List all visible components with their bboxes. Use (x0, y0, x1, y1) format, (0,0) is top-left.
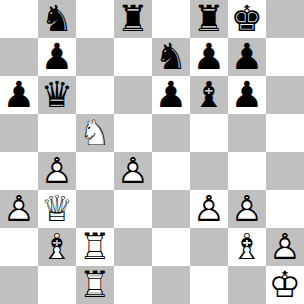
square-f7[interactable]: ♟ (190, 38, 228, 76)
black-knight-piece: ♞ (38, 0, 76, 38)
black-piece-glyph: ♟ (190, 38, 228, 76)
white-pawn-piece: ♟♙ (114, 152, 152, 190)
square-h2[interactable]: ♟♙ (266, 228, 304, 266)
square-b7[interactable]: ♟ (38, 38, 76, 76)
square-a3[interactable]: ♟♙ (0, 190, 38, 228)
square-d8[interactable]: ♜ (114, 0, 152, 38)
square-c5[interactable]: ♞♘ (76, 114, 114, 152)
square-c8[interactable] (76, 0, 114, 38)
black-pawn-piece: ♟ (228, 76, 266, 114)
square-h6[interactable] (266, 76, 304, 114)
black-piece-glyph: ♟ (228, 76, 266, 114)
chess-board: ♞♜♜♚♟♞♟♟♟♛♟♝♟♞♘♟♙♟♙♟♙♛♕♟♙♟♙♝♗♜♖♝♗♟♙♜♖♚♔ (0, 0, 304, 304)
white-piece-outline: ♙ (114, 152, 152, 190)
white-pawn-piece: ♟♙ (266, 228, 304, 266)
black-bishop-piece: ♝ (190, 76, 228, 114)
black-piece-glyph: ♟ (152, 76, 190, 114)
black-king-piece: ♚ (228, 0, 266, 38)
white-bishop-piece: ♝♗ (38, 228, 76, 266)
square-c4[interactable] (76, 152, 114, 190)
square-e2[interactable] (152, 228, 190, 266)
square-a6[interactable]: ♟ (0, 76, 38, 114)
square-e8[interactable] (152, 0, 190, 38)
white-king-piece: ♚♔ (266, 266, 304, 304)
square-a5[interactable] (0, 114, 38, 152)
black-pawn-piece: ♟ (190, 38, 228, 76)
black-knight-piece: ♞ (152, 38, 190, 76)
square-d2[interactable] (114, 228, 152, 266)
square-b6[interactable]: ♛ (38, 76, 76, 114)
white-piece-outline: ♙ (0, 190, 38, 228)
square-d1[interactable] (114, 266, 152, 304)
square-b4[interactable]: ♟♙ (38, 152, 76, 190)
black-pawn-piece: ♟ (152, 76, 190, 114)
square-f8[interactable]: ♜ (190, 0, 228, 38)
square-e7[interactable]: ♞ (152, 38, 190, 76)
black-piece-glyph: ♚ (228, 0, 266, 38)
square-g1[interactable] (228, 266, 266, 304)
square-a8[interactable] (0, 0, 38, 38)
black-rook-piece: ♜ (190, 0, 228, 38)
square-e5[interactable] (152, 114, 190, 152)
square-g8[interactable]: ♚ (228, 0, 266, 38)
square-g7[interactable]: ♟ (228, 38, 266, 76)
square-e4[interactable] (152, 152, 190, 190)
white-pawn-piece: ♟♙ (190, 190, 228, 228)
white-rook-piece: ♜♖ (76, 228, 114, 266)
black-rook-piece: ♜ (114, 0, 152, 38)
square-d6[interactable] (114, 76, 152, 114)
black-piece-glyph: ♝ (190, 76, 228, 114)
white-piece-outline: ♙ (266, 228, 304, 266)
square-c7[interactable] (76, 38, 114, 76)
square-b1[interactable] (38, 266, 76, 304)
white-pawn-piece: ♟♙ (38, 152, 76, 190)
square-g3[interactable]: ♟♙ (228, 190, 266, 228)
square-g2[interactable]: ♝♗ (228, 228, 266, 266)
white-rook-piece: ♜♖ (76, 266, 114, 304)
square-d3[interactable] (114, 190, 152, 228)
square-c6[interactable] (76, 76, 114, 114)
square-f1[interactable] (190, 266, 228, 304)
square-c3[interactable] (76, 190, 114, 228)
square-h3[interactable] (266, 190, 304, 228)
square-f5[interactable] (190, 114, 228, 152)
square-h1[interactable]: ♚♔ (266, 266, 304, 304)
white-pawn-piece: ♟♙ (228, 190, 266, 228)
square-d5[interactable] (114, 114, 152, 152)
black-pawn-piece: ♟ (228, 38, 266, 76)
square-g4[interactable] (228, 152, 266, 190)
square-e1[interactable] (152, 266, 190, 304)
square-b2[interactable]: ♝♗ (38, 228, 76, 266)
white-pawn-piece: ♟♙ (0, 190, 38, 228)
black-piece-glyph: ♛ (38, 76, 76, 114)
square-a2[interactable] (0, 228, 38, 266)
square-c2[interactable]: ♜♖ (76, 228, 114, 266)
black-piece-glyph: ♜ (114, 0, 152, 38)
white-queen-piece: ♛♕ (38, 190, 76, 228)
square-f4[interactable] (190, 152, 228, 190)
square-d4[interactable]: ♟♙ (114, 152, 152, 190)
black-piece-glyph: ♟ (38, 38, 76, 76)
square-e6[interactable]: ♟ (152, 76, 190, 114)
square-c1[interactable]: ♜♖ (76, 266, 114, 304)
square-a1[interactable] (0, 266, 38, 304)
square-a4[interactable] (0, 152, 38, 190)
white-piece-outline: ♔ (266, 266, 304, 304)
white-piece-outline: ♙ (38, 152, 76, 190)
white-piece-outline: ♗ (38, 228, 76, 266)
white-knight-piece: ♞♘ (76, 114, 114, 152)
square-h7[interactable] (266, 38, 304, 76)
white-piece-outline: ♙ (190, 190, 228, 228)
square-h5[interactable] (266, 114, 304, 152)
black-pawn-piece: ♟ (38, 38, 76, 76)
white-piece-outline: ♕ (38, 190, 76, 228)
black-pawn-piece: ♟ (0, 76, 38, 114)
square-a7[interactable] (0, 38, 38, 76)
white-piece-outline: ♙ (228, 190, 266, 228)
square-f3[interactable]: ♟♙ (190, 190, 228, 228)
square-b3[interactable]: ♛♕ (38, 190, 76, 228)
square-h4[interactable] (266, 152, 304, 190)
square-b5[interactable] (38, 114, 76, 152)
black-piece-glyph: ♞ (38, 0, 76, 38)
square-b8[interactable]: ♞ (38, 0, 76, 38)
black-piece-glyph: ♞ (152, 38, 190, 76)
black-queen-piece: ♛ (38, 76, 76, 114)
white-bishop-piece: ♝♗ (228, 228, 266, 266)
black-piece-glyph: ♜ (190, 0, 228, 38)
black-piece-glyph: ♟ (0, 76, 38, 114)
white-piece-outline: ♘ (76, 114, 114, 152)
square-g5[interactable] (228, 114, 266, 152)
square-f6[interactable]: ♝ (190, 76, 228, 114)
square-g6[interactable]: ♟ (228, 76, 266, 114)
square-e3[interactable] (152, 190, 190, 228)
square-f2[interactable] (190, 228, 228, 266)
square-h8[interactable] (266, 0, 304, 38)
square-d7[interactable] (114, 38, 152, 76)
black-piece-glyph: ♟ (228, 38, 266, 76)
white-piece-outline: ♗ (228, 228, 266, 266)
white-piece-outline: ♖ (76, 228, 114, 266)
white-piece-outline: ♖ (76, 266, 114, 304)
chess-diagram: ♞♜♜♚♟♞♟♟♟♛♟♝♟♞♘♟♙♟♙♟♙♛♕♟♙♟♙♝♗♜♖♝♗♟♙♜♖♚♔ (0, 0, 304, 304)
